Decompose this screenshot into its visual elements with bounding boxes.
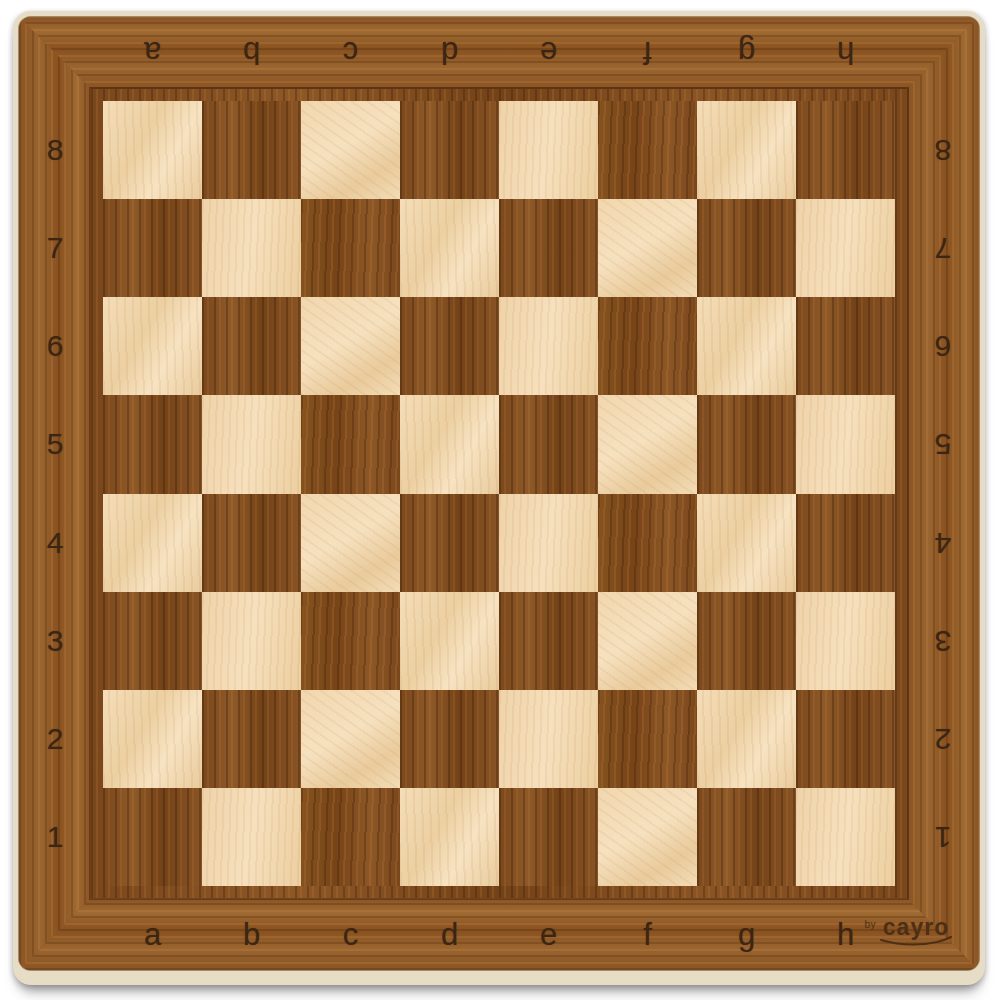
square-f7[interactable] xyxy=(598,199,697,297)
square-e4[interactable] xyxy=(499,494,598,592)
square-d2[interactable] xyxy=(400,690,499,788)
square-e5[interactable] xyxy=(499,395,598,493)
square-c5[interactable] xyxy=(301,395,400,493)
frame-right xyxy=(907,17,979,970)
square-a3[interactable] xyxy=(103,592,202,690)
square-g2[interactable] xyxy=(697,690,796,788)
square-f8[interactable] xyxy=(598,101,697,199)
square-b2[interactable] xyxy=(202,690,301,788)
square-c2[interactable] xyxy=(301,690,400,788)
square-d8[interactable] xyxy=(400,101,499,199)
square-f5[interactable] xyxy=(598,395,697,493)
square-c4[interactable] xyxy=(301,494,400,592)
square-g6[interactable] xyxy=(697,297,796,395)
square-b3[interactable] xyxy=(202,592,301,690)
square-b8[interactable] xyxy=(202,101,301,199)
square-d7[interactable] xyxy=(400,199,499,297)
photo-background: abcdefgh abcdefgh 87654321 87654321 by c… xyxy=(0,0,1000,1000)
board-field xyxy=(91,89,907,898)
board-frame: abcdefgh abcdefgh 87654321 87654321 by c… xyxy=(19,17,979,970)
square-b6[interactable] xyxy=(202,297,301,395)
square-e8[interactable] xyxy=(499,101,598,199)
square-b1[interactable] xyxy=(202,788,301,886)
frame-bottom xyxy=(19,898,979,970)
square-a2[interactable] xyxy=(103,690,202,788)
square-f4[interactable] xyxy=(598,494,697,592)
square-b4[interactable] xyxy=(202,494,301,592)
frame-top xyxy=(19,17,979,89)
square-a4[interactable] xyxy=(103,494,202,592)
square-c3[interactable] xyxy=(301,592,400,690)
square-a8[interactable] xyxy=(103,101,202,199)
square-h4[interactable] xyxy=(796,494,895,592)
square-c1[interactable] xyxy=(301,788,400,886)
square-g4[interactable] xyxy=(697,494,796,592)
square-b7[interactable] xyxy=(202,199,301,297)
square-f6[interactable] xyxy=(598,297,697,395)
square-d1[interactable] xyxy=(400,788,499,886)
logo-brand-text: cayro xyxy=(883,917,949,938)
square-h6[interactable] xyxy=(796,297,895,395)
square-d5[interactable] xyxy=(400,395,499,493)
square-e2[interactable] xyxy=(499,690,598,788)
square-a7[interactable] xyxy=(103,199,202,297)
square-e3[interactable] xyxy=(499,592,598,690)
square-c8[interactable] xyxy=(301,101,400,199)
chessboard: abcdefgh abcdefgh 87654321 87654321 by c… xyxy=(13,11,985,985)
square-f2[interactable] xyxy=(598,690,697,788)
square-c7[interactable] xyxy=(301,199,400,297)
square-g1[interactable] xyxy=(697,788,796,886)
square-c6[interactable] xyxy=(301,297,400,395)
brand-logo: by cayro xyxy=(864,917,953,948)
square-f1[interactable] xyxy=(598,788,697,886)
logo-swoosh-icon xyxy=(879,936,953,948)
square-a5[interactable] xyxy=(103,395,202,493)
logo-by-text: by xyxy=(864,919,876,930)
square-a6[interactable] xyxy=(103,297,202,395)
square-g8[interactable] xyxy=(697,101,796,199)
square-e6[interactable] xyxy=(499,297,598,395)
square-h5[interactable] xyxy=(796,395,895,493)
square-d3[interactable] xyxy=(400,592,499,690)
square-h1[interactable] xyxy=(796,788,895,886)
square-g3[interactable] xyxy=(697,592,796,690)
frame-left xyxy=(19,17,91,970)
square-b5[interactable] xyxy=(202,395,301,493)
square-h8[interactable] xyxy=(796,101,895,199)
square-h2[interactable] xyxy=(796,690,895,788)
square-f3[interactable] xyxy=(598,592,697,690)
square-h3[interactable] xyxy=(796,592,895,690)
board-grid xyxy=(103,101,895,886)
square-d4[interactable] xyxy=(400,494,499,592)
square-g5[interactable] xyxy=(697,395,796,493)
square-a1[interactable] xyxy=(103,788,202,886)
square-g7[interactable] xyxy=(697,199,796,297)
square-d6[interactable] xyxy=(400,297,499,395)
square-e1[interactable] xyxy=(499,788,598,886)
square-h7[interactable] xyxy=(796,199,895,297)
square-e7[interactable] xyxy=(499,199,598,297)
